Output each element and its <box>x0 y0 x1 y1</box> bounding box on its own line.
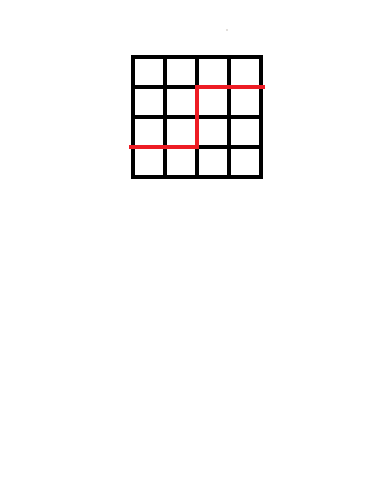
grid-cell <box>167 119 195 145</box>
grid-cell <box>167 59 195 85</box>
grid-cell <box>199 89 227 115</box>
grid-cell <box>135 149 163 175</box>
grid-cell <box>135 89 163 115</box>
stray-mark <box>226 29 228 31</box>
grid-cell <box>135 59 163 85</box>
red-path-segment <box>129 145 199 149</box>
puzzle-board-area <box>131 55 263 179</box>
grid-cell <box>199 59 227 85</box>
grid-cell <box>135 119 163 145</box>
grid-cell <box>199 149 227 175</box>
grid-cell <box>231 89 259 115</box>
grid-cell <box>167 149 195 175</box>
grid-cell <box>231 119 259 145</box>
red-path-segment <box>195 85 265 89</box>
grid-cell <box>231 59 259 85</box>
grid-cell <box>167 89 195 115</box>
red-path-segment <box>195 85 199 149</box>
grid-cell <box>199 119 227 145</box>
grid-cell <box>231 149 259 175</box>
